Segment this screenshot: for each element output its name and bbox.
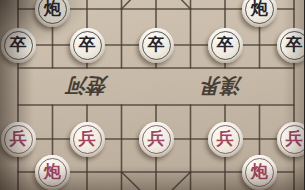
piece-red-cannon[interactable]: 炮 [35,155,70,190]
piece-red-soldier[interactable]: 兵 [208,122,243,157]
piece-glyph: 兵 [10,130,27,147]
piece-red-soldier[interactable]: 兵 [70,122,105,157]
piece-red-soldier[interactable]: 兵 [1,122,36,157]
piece-glyph: 兵 [79,130,96,147]
piece-glyph: 卒 [286,36,303,53]
piece-glyph: 兵 [148,130,165,147]
piece-glyph: 兵 [217,130,234,147]
piece-glyph: 兵 [286,130,303,147]
piece-black-soldier[interactable]: 卒 [139,28,174,63]
piece-red-soldier[interactable]: 兵 [139,122,174,157]
piece-glyph: 炮 [251,0,268,17]
piece-black-soldier[interactable]: 卒 [208,28,243,63]
piece-glyph: 卒 [10,36,27,53]
xiangqi-board-photo: 楚河 漢界 炮炮卒卒卒卒卒兵兵兵兵兵炮炮 [0,0,304,190]
piece-red-soldier[interactable]: 兵 [277,122,305,157]
piece-black-soldier[interactable]: 卒 [1,28,36,63]
piece-black-soldier[interactable]: 卒 [70,28,105,63]
piece-glyph: 卒 [79,36,96,53]
piece-glyph: 卒 [148,36,165,53]
piece-black-soldier[interactable]: 卒 [277,28,305,63]
piece-glyph: 炮 [44,0,61,17]
piece-glyph: 炮 [44,163,61,180]
piece-glyph: 炮 [251,163,268,180]
piece-red-cannon[interactable]: 炮 [242,155,277,190]
piece-glyph: 卒 [217,36,234,53]
